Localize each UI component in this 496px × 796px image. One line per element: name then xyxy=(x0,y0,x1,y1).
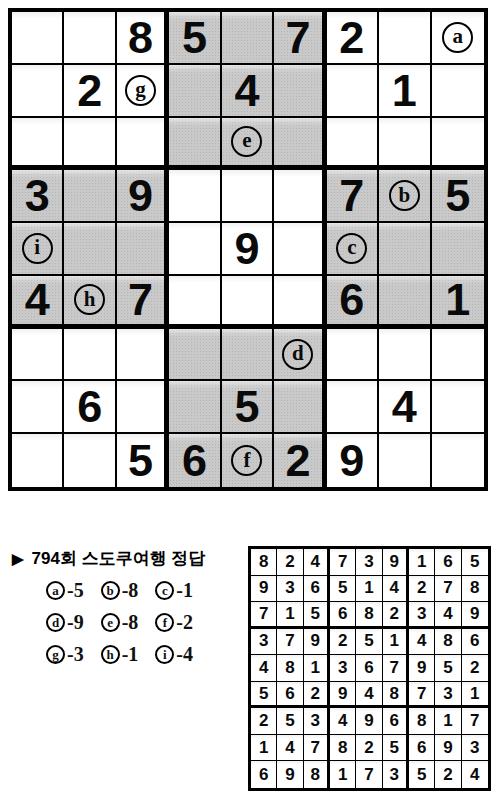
solution-cell-r8c1: 1 xyxy=(251,735,277,762)
circled-letter-i: i xyxy=(22,233,53,264)
puzzle-cell-r1c7[interactable]: 2 xyxy=(327,12,379,65)
puzzle-cell-r2c9[interactable] xyxy=(432,65,484,118)
puzzle-cell-r9c9[interactable] xyxy=(432,434,484,487)
answer-entry-a: a-5 xyxy=(46,579,84,602)
puzzle-cell-r3c8[interactable] xyxy=(379,118,431,171)
solution-cell-r5c4: 3 xyxy=(330,655,356,682)
puzzle-cell-r5c8[interactable] xyxy=(379,223,431,276)
solution-cell-r9c1: 6 xyxy=(251,761,277,788)
solution-cell-r3c7: 3 xyxy=(409,602,435,629)
puzzle-cell-r2c3[interactable]: g xyxy=(117,65,169,118)
given-number: 1 xyxy=(392,68,417,113)
puzzle-cell-r7c7[interactable] xyxy=(327,329,379,382)
solution-cell-r9c4: 1 xyxy=(330,761,356,788)
solution-cell-r7c8: 1 xyxy=(435,708,461,735)
solution-cell-r4c6: 1 xyxy=(383,629,409,656)
answer-value: -5 xyxy=(67,579,84,602)
given-number: 2 xyxy=(77,68,102,113)
solution-cell-r1c2: 2 xyxy=(277,549,303,576)
puzzle-cell-r7c5[interactable] xyxy=(222,329,274,382)
puzzle-cell-r6c4[interactable] xyxy=(169,276,221,329)
puzzle-cell-r3c1[interactable] xyxy=(12,118,64,171)
puzzle-cell-r6c5[interactable] xyxy=(222,276,274,329)
circled-letter-d: d xyxy=(46,613,65,632)
puzzle-cell-r3c9[interactable] xyxy=(432,118,484,171)
solution-cell-r5c1: 4 xyxy=(251,655,277,682)
solution-cell-r7c9: 7 xyxy=(462,708,488,735)
puzzle-cell-r8c4[interactable] xyxy=(169,381,221,434)
puzzle-cell-r3c3[interactable] xyxy=(117,118,169,171)
puzzle-cell-r6c1[interactable]: 4 xyxy=(12,276,64,329)
circled-letter-e: e xyxy=(101,613,120,632)
given-number: 1 xyxy=(445,277,470,322)
solution-cell-r3c3: 5 xyxy=(304,602,330,629)
puzzle-cell-r4c7[interactable]: 7 xyxy=(327,170,379,223)
puzzle-cell-r7c4[interactable] xyxy=(169,329,221,382)
solution-cell-r1c3: 4 xyxy=(304,549,330,576)
circled-letter-e: e xyxy=(231,126,262,157)
answer-entry-c: c-1 xyxy=(155,579,193,602)
solution-grid: 8247391659365142787156823493792514864813… xyxy=(248,546,491,791)
puzzle-cell-r2c6[interactable] xyxy=(274,65,326,118)
given-number: 4 xyxy=(392,384,417,429)
puzzle-cell-r4c1[interactable]: 3 xyxy=(12,170,64,223)
puzzle-cell-r9c1[interactable] xyxy=(12,434,64,487)
puzzle-cell-r4c6[interactable] xyxy=(274,170,326,223)
solution-cell-r9c3: 8 xyxy=(304,761,330,788)
answer-entry-d: d-9 xyxy=(46,611,84,634)
solution-cell-r1c7: 1 xyxy=(409,549,435,576)
puzzle-cell-r5c5[interactable]: 9 xyxy=(222,223,274,276)
puzzle-cell-r3c4[interactable] xyxy=(169,118,221,171)
circled-letter-f: f xyxy=(231,445,262,476)
answer-key: a-5b-8c-1d-9e-8f-2g-3h-1i-4 xyxy=(46,579,193,666)
circled-letter-h: h xyxy=(101,645,120,664)
puzzle-cell-r2c5[interactable]: 4 xyxy=(222,65,274,118)
puzzle-cell-r1c9[interactable]: a xyxy=(432,12,484,65)
answer-value: -9 xyxy=(67,611,84,634)
puzzle-cell-r4c9[interactable]: 5 xyxy=(432,170,484,223)
puzzle-cell-r6c9[interactable]: 1 xyxy=(432,276,484,329)
solution-cell-r3c6: 2 xyxy=(383,602,409,629)
given-number: 3 xyxy=(25,173,50,218)
puzzle-cell-r1c8[interactable] xyxy=(379,12,431,65)
solution-cell-r7c5: 9 xyxy=(356,708,382,735)
puzzle-cell-r3c7[interactable] xyxy=(327,118,379,171)
solution-cell-r8c4: 8 xyxy=(330,735,356,762)
answer-entry-i: i-4 xyxy=(155,643,193,666)
puzzle-cell-r8c2[interactable]: 6 xyxy=(64,381,116,434)
answer-value: -1 xyxy=(176,579,193,602)
puzzle-cell-r6c7[interactable]: 6 xyxy=(327,276,379,329)
puzzle-cell-r6c6[interactable] xyxy=(274,276,326,329)
puzzle-cell-r1c1[interactable] xyxy=(12,12,64,65)
puzzle-cell-r9c6[interactable]: 2 xyxy=(274,434,326,487)
solution-cell-r7c3: 3 xyxy=(304,708,330,735)
puzzle-cell-r5c6[interactable] xyxy=(274,223,326,276)
solution-cell-r3c9: 9 xyxy=(462,602,488,629)
circled-letter-c: c xyxy=(336,233,367,264)
solution-cell-r2c9: 8 xyxy=(462,576,488,603)
answer-value: -8 xyxy=(122,611,139,634)
solution-cell-r4c5: 5 xyxy=(356,629,382,656)
puzzle-cell-r3c6[interactable] xyxy=(274,118,326,171)
solution-cell-r4c2: 7 xyxy=(277,629,303,656)
given-number: 9 xyxy=(339,438,364,483)
puzzle-cell-r1c3[interactable]: 8 xyxy=(117,12,169,65)
solution-cell-r6c4: 9 xyxy=(330,682,356,709)
solution-cell-r1c8: 6 xyxy=(435,549,461,576)
given-number: 4 xyxy=(25,277,50,322)
puzzle-cell-r6c8[interactable] xyxy=(379,276,431,329)
puzzle-cell-r7c2[interactable] xyxy=(64,329,116,382)
solution-cell-r9c8: 2 xyxy=(435,761,461,788)
puzzle-cell-r8c6[interactable] xyxy=(274,381,326,434)
solution-cell-r1c9: 5 xyxy=(462,549,488,576)
puzzle-cell-r9c8[interactable] xyxy=(379,434,431,487)
given-number: 6 xyxy=(182,438,207,483)
solution-cell-r1c4: 7 xyxy=(330,549,356,576)
puzzle-cell-r2c8[interactable]: 1 xyxy=(379,65,431,118)
solution-cell-r2c2: 3 xyxy=(277,576,303,603)
puzzle-cell-r8c7[interactable] xyxy=(327,381,379,434)
given-number: 4 xyxy=(234,68,259,113)
solution-cell-r1c6: 9 xyxy=(383,549,409,576)
circled-letter-c: c xyxy=(155,581,174,600)
circled-letter-b: b xyxy=(389,180,420,211)
given-number: 6 xyxy=(339,277,364,322)
solution-cell-r2c6: 4 xyxy=(383,576,409,603)
answer-value: -3 xyxy=(67,643,84,666)
solution-cell-r9c9: 4 xyxy=(462,761,488,788)
solution-cell-r4c3: 9 xyxy=(304,629,330,656)
answer-entry-h: h-1 xyxy=(101,643,139,666)
solution-cell-r3c4: 6 xyxy=(330,602,356,629)
circled-letter-h: h xyxy=(74,284,105,315)
puzzle-cell-r8c9[interactable] xyxy=(432,381,484,434)
puzzle-cell-r3c5[interactable]: e xyxy=(222,118,274,171)
answer-entry-f: f-2 xyxy=(155,611,193,634)
given-number: 7 xyxy=(285,15,310,60)
puzzle-cell-r4c2[interactable] xyxy=(64,170,116,223)
solution-cell-r9c2: 9 xyxy=(277,761,303,788)
solution-cell-r4c7: 4 xyxy=(409,629,435,656)
puzzle-cell-r4c5[interactable] xyxy=(222,170,274,223)
circled-letter-g: g xyxy=(46,645,65,664)
puzzle-cell-r8c5[interactable]: 5 xyxy=(222,381,274,434)
solution-cell-r9c7: 5 xyxy=(409,761,435,788)
solution-cell-r5c5: 6 xyxy=(356,655,382,682)
solution-cell-r6c1: 5 xyxy=(251,682,277,709)
circled-letter-d: d xyxy=(282,339,313,370)
puzzle-cell-r9c5[interactable]: f xyxy=(222,434,274,487)
given-number: 9 xyxy=(128,173,153,218)
puzzle-cell-r9c4[interactable]: 6 xyxy=(169,434,221,487)
answer-value: -2 xyxy=(176,611,193,634)
solution-cell-r6c7: 7 xyxy=(409,682,435,709)
given-number: 5 xyxy=(182,15,207,60)
newspaper-sudoku-page: 8572a2g41e397b5i9c4h761d65456f29 ▶ 794회 … xyxy=(0,0,496,796)
solution-cell-r1c5: 3 xyxy=(356,549,382,576)
solution-cell-r6c2: 6 xyxy=(277,682,303,709)
puzzle-cell-r7c9[interactable] xyxy=(432,329,484,382)
puzzle-cell-r5c1[interactable]: i xyxy=(12,223,64,276)
answer-value: -4 xyxy=(176,643,193,666)
answer-value: -1 xyxy=(122,643,139,666)
solution-cell-r2c3: 6 xyxy=(304,576,330,603)
circled-letter-b: b xyxy=(101,581,120,600)
puzzle-cell-r3c2[interactable] xyxy=(64,118,116,171)
solution-cell-r8c7: 6 xyxy=(409,735,435,762)
solution-cell-r6c8: 3 xyxy=(435,682,461,709)
answer-title-text: 794회 스도쿠여행 정답 xyxy=(32,547,206,570)
answer-entry-e: e-8 xyxy=(101,611,139,634)
solution-cell-r8c8: 9 xyxy=(435,735,461,762)
puzzle-cell-r1c6[interactable]: 7 xyxy=(274,12,326,65)
solution-cell-r3c8: 4 xyxy=(435,602,461,629)
puzzle-cell-r9c3[interactable]: 5 xyxy=(117,434,169,487)
solution-cell-r2c7: 2 xyxy=(409,576,435,603)
puzzle-cell-r8c3[interactable] xyxy=(117,381,169,434)
solution-cell-r6c9: 1 xyxy=(462,682,488,709)
given-number: 9 xyxy=(234,226,259,271)
answer-entry-b: b-8 xyxy=(101,579,139,602)
solution-cell-r5c9: 2 xyxy=(462,655,488,682)
puzzle-cell-r5c3[interactable] xyxy=(117,223,169,276)
puzzle-cell-r5c9[interactable] xyxy=(432,223,484,276)
solution-cell-r5c2: 8 xyxy=(277,655,303,682)
puzzle-cell-r2c2[interactable]: 2 xyxy=(64,65,116,118)
answer-value: -8 xyxy=(122,579,139,602)
solution-cell-r8c3: 7 xyxy=(304,735,330,762)
puzzle-cell-r1c4[interactable]: 5 xyxy=(169,12,221,65)
given-number: 7 xyxy=(128,277,153,322)
given-number: 6 xyxy=(77,384,102,429)
solution-cell-r7c7: 8 xyxy=(409,708,435,735)
puzzle-cell-r2c7[interactable] xyxy=(327,65,379,118)
solution-cell-r2c1: 9 xyxy=(251,576,277,603)
puzzle-cell-r4c8[interactable]: b xyxy=(379,170,431,223)
solution-cell-r9c6: 3 xyxy=(383,761,409,788)
puzzle-cell-r1c5[interactable] xyxy=(222,12,274,65)
solution-cell-r8c9: 3 xyxy=(462,735,488,762)
solution-cell-r4c1: 3 xyxy=(251,629,277,656)
puzzle-cell-r2c4[interactable] xyxy=(169,65,221,118)
solution-cell-r1c1: 8 xyxy=(251,549,277,576)
solution-cell-r6c3: 2 xyxy=(304,682,330,709)
puzzle-cell-r5c4[interactable] xyxy=(169,223,221,276)
circled-letter-f: f xyxy=(155,613,174,632)
answer-entry-g: g-3 xyxy=(46,643,84,666)
solution-cell-r5c7: 9 xyxy=(409,655,435,682)
given-number: 2 xyxy=(285,438,310,483)
given-number: 5 xyxy=(128,438,153,483)
puzzle-cell-r9c2[interactable] xyxy=(64,434,116,487)
solution-cell-r8c6: 5 xyxy=(383,735,409,762)
puzzle-cell-r7c3[interactable] xyxy=(117,329,169,382)
solution-cell-r2c8: 7 xyxy=(435,576,461,603)
circled-letter-i: i xyxy=(155,645,174,664)
solution-cell-r7c4: 4 xyxy=(330,708,356,735)
puzzle-cell-r9c7[interactable]: 9 xyxy=(327,434,379,487)
puzzle-cell-r7c1[interactable] xyxy=(12,329,64,382)
circled-letter-g: g xyxy=(125,75,156,106)
solution-cell-r3c2: 1 xyxy=(277,602,303,629)
solution-cell-r9c5: 7 xyxy=(356,761,382,788)
solution-cell-r7c1: 2 xyxy=(251,708,277,735)
circled-letter-a: a xyxy=(442,22,473,53)
given-number: 5 xyxy=(445,173,470,218)
solution-cell-r3c1: 7 xyxy=(251,602,277,629)
puzzle-cell-r5c2[interactable] xyxy=(64,223,116,276)
circled-letter-a: a xyxy=(46,581,65,600)
solution-cell-r3c5: 8 xyxy=(356,602,382,629)
puzzle-cell-r6c2[interactable]: h xyxy=(64,276,116,329)
given-number: 7 xyxy=(339,173,364,218)
solution-cell-r5c3: 1 xyxy=(304,655,330,682)
puzzle-cell-r1c2[interactable] xyxy=(64,12,116,65)
solution-cell-r4c4: 2 xyxy=(330,629,356,656)
puzzle-cell-r8c8[interactable]: 4 xyxy=(379,381,431,434)
puzzle-cell-r7c8[interactable] xyxy=(379,329,431,382)
solution-cell-r6c5: 4 xyxy=(356,682,382,709)
solution-cell-r5c6: 7 xyxy=(383,655,409,682)
given-number: 8 xyxy=(128,15,153,60)
puzzle-cell-r7c6[interactable]: d xyxy=(274,329,326,382)
solution-cell-r7c6: 6 xyxy=(383,708,409,735)
given-number: 5 xyxy=(234,384,259,429)
solution-cell-r5c8: 5 xyxy=(435,655,461,682)
puzzle-cell-r6c3[interactable]: 7 xyxy=(117,276,169,329)
puzzle-cell-r4c3[interactable]: 9 xyxy=(117,170,169,223)
solution-cell-r6c6: 8 xyxy=(383,682,409,709)
puzzle-cell-r5c7[interactable]: c xyxy=(327,223,379,276)
answer-section-title: ▶ 794회 스도쿠여행 정답 xyxy=(12,547,205,570)
solution-cell-r2c5: 1 xyxy=(356,576,382,603)
solution-cell-r8c5: 2 xyxy=(356,735,382,762)
puzzle-cell-r8c1[interactable] xyxy=(12,381,64,434)
puzzle-cell-r4c4[interactable] xyxy=(169,170,221,223)
solution-cell-r4c9: 6 xyxy=(462,629,488,656)
puzzle-grid: 8572a2g41e397b5i9c4h761d65456f29 xyxy=(8,8,488,491)
puzzle-cell-r2c1[interactable] xyxy=(12,65,64,118)
solution-cell-r4c8: 8 xyxy=(435,629,461,656)
arrow-marker-icon: ▶ xyxy=(12,551,24,566)
solution-cell-r8c2: 4 xyxy=(277,735,303,762)
given-number: 2 xyxy=(339,15,364,60)
solution-cell-r2c4: 5 xyxy=(330,576,356,603)
solution-cell-r7c2: 5 xyxy=(277,708,303,735)
